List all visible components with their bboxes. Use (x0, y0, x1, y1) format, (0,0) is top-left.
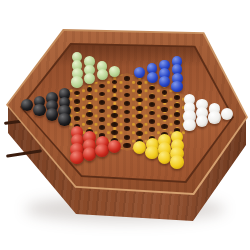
hole-r6-c8[interactable] (86, 120, 93, 125)
hole-r12-c7[interactable] (161, 115, 167, 120)
marble-white[interactable] (196, 115, 208, 127)
hole-r8-c7[interactable] (111, 122, 118, 127)
hole-r6-c5[interactable] (86, 95, 92, 100)
hole-r6-c7[interactable] (86, 112, 92, 117)
hole-r9-c3[interactable] (124, 93, 130, 98)
hole-r9-c4[interactable] (124, 101, 130, 106)
marble-red[interactable] (70, 151, 84, 165)
hole-r11-c7[interactable] (149, 119, 156, 124)
hole-r7-c5[interactable] (99, 100, 105, 105)
marble-yellow[interactable] (145, 146, 158, 159)
hole-r9-c9[interactable] (123, 143, 130, 148)
chinese-checkers-photo (0, 0, 250, 250)
hole-r10-c2[interactable] (137, 81, 143, 85)
hole-r10-c7[interactable] (136, 123, 143, 128)
hole-r5-c7[interactable] (74, 107, 80, 112)
hole-r9-c6[interactable] (124, 118, 131, 123)
hole-r11-c8[interactable] (149, 127, 156, 132)
hole-r10-c6[interactable] (136, 114, 142, 119)
hole-r9-c5[interactable] (124, 110, 130, 115)
marble-green[interactable] (71, 76, 82, 87)
hole-r13-c7[interactable] (174, 112, 180, 117)
marble-black[interactable] (21, 99, 33, 111)
hole-r10-c3[interactable] (137, 89, 143, 93)
hole-r8-c6[interactable] (111, 113, 117, 118)
hole-r5-c8[interactable] (74, 116, 81, 121)
marble-black[interactable] (58, 113, 70, 125)
hole-r8-c4[interactable] (111, 97, 117, 102)
hole-r11-c3[interactable] (149, 86, 155, 90)
star-hole-field (0, 0, 250, 250)
hole-r13-c5[interactable] (174, 95, 180, 100)
marble-black[interactable] (33, 104, 45, 116)
marble-white[interactable] (183, 119, 195, 131)
hole-r10-c8[interactable] (136, 131, 143, 136)
hole-r13-c6[interactable] (174, 103, 180, 108)
hole-r7-c7[interactable] (99, 117, 106, 122)
marble-green[interactable] (97, 69, 108, 80)
marble-green[interactable] (84, 73, 95, 84)
marble-red[interactable] (108, 140, 121, 153)
hole-r11-c6[interactable] (149, 111, 155, 116)
marble-blue[interactable] (147, 72, 158, 83)
marble-red[interactable] (83, 147, 96, 160)
hole-r6-c6[interactable] (86, 104, 92, 109)
hole-r10-c4[interactable] (136, 98, 142, 103)
marble-white[interactable] (208, 111, 220, 123)
hole-r7-c6[interactable] (99, 109, 105, 114)
marble-yellow[interactable] (170, 155, 184, 169)
hole-r5-c6[interactable] (74, 99, 80, 104)
hole-r8-c8[interactable] (111, 130, 118, 135)
hole-r12-c8[interactable] (161, 124, 168, 129)
hole-r12-c5[interactable] (161, 99, 167, 104)
marble-red[interactable] (95, 144, 108, 157)
hole-r12-c6[interactable] (161, 107, 167, 112)
hole-r12-c4[interactable] (162, 90, 168, 94)
marble-blue[interactable] (134, 67, 145, 78)
marble-blue[interactable] (171, 81, 182, 92)
hole-r10-c5[interactable] (136, 106, 142, 111)
hole-r6-c4[interactable] (87, 87, 93, 91)
marble-yellow[interactable] (133, 141, 146, 154)
hole-r9-c1[interactable] (124, 76, 130, 80)
hole-r9-c7[interactable] (124, 126, 131, 131)
hole-r8-c5[interactable] (111, 105, 117, 110)
hole-r7-c4[interactable] (99, 92, 105, 97)
marble-blue[interactable] (159, 76, 170, 87)
hole-r8-c2[interactable] (112, 80, 118, 84)
hole-r7-c8[interactable] (99, 125, 106, 130)
hole-r13-c8[interactable] (174, 120, 181, 125)
marble-white[interactable] (221, 108, 233, 120)
hole-r7-c3[interactable] (99, 84, 105, 88)
marble-black[interactable] (46, 108, 58, 120)
marble-green[interactable] (109, 66, 120, 77)
hole-r9-c8[interactable] (124, 135, 131, 140)
hole-r5-c5[interactable] (74, 91, 80, 96)
hole-r8-c3[interactable] (112, 88, 118, 92)
hole-r11-c5[interactable] (149, 102, 155, 107)
hole-r11-c4[interactable] (149, 94, 155, 99)
marble-yellow[interactable] (158, 151, 171, 164)
hole-r9-c2[interactable] (124, 85, 130, 89)
